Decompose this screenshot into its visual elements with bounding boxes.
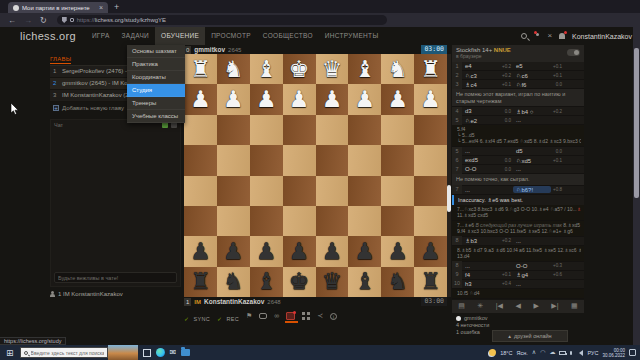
square[interactable] (250, 115, 283, 145)
plus-icon: + (53, 105, 59, 111)
variation-block[interactable]: 8.♗b5 ♗d7 9.a3 ♗d6 10.f4 a6 11.fxe5 ♗xe5… (452, 246, 584, 262)
onedrive-cloud-icon[interactable]: ☁ (549, 349, 555, 356)
tab-chapters[interactable]: ГЛАВЫ (50, 56, 71, 64)
square[interactable]: ♟ (283, 84, 316, 114)
square[interactable]: ♟ (381, 236, 414, 266)
square[interactable]: ♟ (348, 84, 381, 114)
bottom-result: 1 (184, 298, 191, 306)
taskbar-search-input[interactable] (31, 350, 104, 356)
top-player-rating: 2645 (228, 47, 241, 53)
board-column: 0 gmmitkov 2645 03:00 ♜♞♝♚♛♝♞♜♟♟♟♟♟♟♟♟♟♟… (184, 45, 447, 322)
engine-toggle[interactable] (567, 49, 580, 56)
nav-item[interactable]: СООБЩЕСТВО (257, 27, 319, 45)
square[interactable] (217, 176, 250, 206)
top-player-name[interactable]: gmmitkov (194, 46, 225, 53)
square[interactable]: ♜ (184, 267, 217, 297)
language-indicator[interactable]: РУС (587, 350, 598, 356)
square[interactable] (414, 176, 447, 206)
book-icon[interactable]: ▤ (458, 302, 465, 310)
move[interactable]: ♘b6?! (513, 186, 551, 193)
nav-controls: ▤ ✳ |◀ ◀ ▶ ▶| ▦ (452, 300, 584, 313)
top-result: 0 (184, 46, 191, 54)
white-knight[interactable]: ♞ (223, 58, 244, 81)
move-row: 5...d50.0 (452, 147, 584, 156)
move[interactable]: ... (513, 281, 551, 287)
black-bishop[interactable]: ♝ (355, 270, 376, 293)
eval: 0.0 (500, 158, 513, 163)
square[interactable]: ♟ (316, 84, 349, 114)
square[interactable] (217, 206, 250, 236)
lock-icon (70, 18, 74, 22)
lichess-logo[interactable]: lichess.org (20, 30, 76, 42)
square[interactable] (184, 176, 217, 206)
info-icon[interactable]: i (330, 313, 337, 320)
white-pawn[interactable]: ♟ (387, 88, 408, 111)
black-knight[interactable]: ♞ (223, 270, 244, 293)
black-pawn[interactable]: ♟ (387, 240, 408, 263)
white-king[interactable]: ♚ (289, 58, 310, 81)
menu-item[interactable]: Координаты (127, 71, 185, 84)
status-url-tooltip: https://lichess.org/study (0, 337, 66, 345)
white-bishop[interactable]: ♝ (355, 58, 376, 81)
square[interactable] (217, 145, 250, 175)
grid-icon[interactable] (302, 312, 310, 320)
move-number: 7 (452, 185, 462, 194)
square[interactable]: ♜ (184, 54, 217, 84)
analysis-tab-icon[interactable] (286, 312, 295, 320)
friends-online-bar[interactable]: ▴друзей онлайн (492, 330, 568, 342)
bottom-player-name[interactable]: KonstantinKazakov (204, 298, 264, 305)
black-queen[interactable]: ♛ (322, 270, 343, 293)
move-row: 7O-O0.0... (452, 165, 584, 174)
black-pawn[interactable]: ♟ (322, 240, 343, 263)
square[interactable]: ♝ (348, 54, 381, 84)
square[interactable]: ♟ (250, 84, 283, 114)
screen: Мои партии в интернете × + ← → ↻ https:/… (0, 0, 640, 360)
glasses-icon[interactable]: ∞ (274, 312, 279, 320)
top-player-bar: 0 gmmitkov 2645 03:00 (184, 45, 447, 54)
member-icon (50, 291, 55, 297)
bottom-player-rating: 2648 (267, 299, 280, 305)
white-pawn[interactable]: ♟ (190, 88, 211, 111)
move-row: 4d30.0♗b4 ○+0.2 (452, 107, 584, 116)
eval: +0.8 (551, 187, 564, 192)
move-row: 3♗c4+0.1♘f60.0 (452, 80, 584, 89)
move-list: 1e4+0.2e5+0.12♘c3+0.2♘c6+0.13♗c4+0.1♘f60… (452, 62, 584, 299)
learn-dropdown-menu: Основы шахматПрактикаКоординатыСтудияТре… (127, 45, 185, 123)
chat-title: Чат (54, 122, 63, 128)
eval: +0.1 (551, 73, 564, 78)
black-rook[interactable]: ♜ (420, 270, 441, 293)
move-number: 10 (452, 279, 462, 288)
board-menu-icon[interactable]: ▦ (571, 302, 578, 310)
square[interactable] (283, 145, 316, 175)
white-pawn[interactable]: ♟ (289, 88, 310, 111)
black-pawn[interactable]: ♟ (355, 240, 376, 263)
square[interactable]: ♟ (414, 84, 447, 114)
url-text: https://lichess.org/study/kzhwgYE (77, 17, 166, 23)
square[interactable]: ♝ (250, 267, 283, 297)
chat-input[interactable] (54, 272, 177, 283)
study-toolbar: ✓ SYNC ✓ REC ⚑ ∞ ≺ i (184, 310, 447, 322)
inaccuracy-comment: Inaccuracy. ♗e6 was best. (452, 195, 584, 205)
gear-icon[interactable]: ✳ (477, 302, 483, 310)
eval: +0.1 (551, 64, 564, 69)
move[interactable]: ... (462, 263, 500, 269)
square[interactable]: ♝ (348, 267, 381, 297)
move-number: 7 (452, 165, 462, 174)
move[interactable]: ♘e2 (462, 117, 500, 124)
square[interactable] (414, 115, 447, 145)
move-row: 2♘c3+0.2♘c6+0.1 (452, 71, 584, 80)
move[interactable]: ♘f6 (513, 81, 551, 88)
top-clock: 03:00 (421, 45, 447, 54)
move-number: 6 (452, 156, 462, 165)
black-knight[interactable]: ♞ (387, 270, 408, 293)
move[interactable]: ... (462, 148, 500, 154)
main-nav: ИГРАЗАДАЧИОБУЧЕНИЕПРОСМОТРСООБЩЕСТВОИНСТ… (86, 27, 385, 45)
chat-panel: Чат (50, 119, 181, 287)
move-row: 6exd50.0♘xd5+0.1 (452, 156, 584, 165)
square[interactable]: ♚ (283, 54, 316, 84)
engine-subtitle: в браузере (456, 53, 580, 59)
black-pawn[interactable]: ♟ (256, 240, 277, 263)
weather-caption[interactable]: Ясн. (517, 350, 528, 356)
bottom-player-title: IM (194, 299, 201, 305)
move[interactable]: ♗b3 (462, 237, 500, 244)
file-explorer-icon[interactable] (181, 349, 190, 356)
site-header: lichess.org ИГРАЗАДАЧИОБУЧЕНИЕПРОСМОТРСО… (0, 27, 640, 45)
username[interactable]: KonstantinKazakov (572, 33, 632, 40)
square[interactable]: ♜ (414, 267, 447, 297)
eval: +0.2 (500, 238, 513, 243)
analysis-panel: Stockfish 14+ NNUE в браузере 1e4+0.2e5+… (452, 45, 584, 338)
eval: +0.1 (500, 272, 513, 277)
shield-icon[interactable] (62, 17, 67, 23)
move-number: 1 (452, 62, 462, 71)
lichess-page: lichess.org ИГРАЗАДАЧИОБУЧЕНИЕПРОСМОТРСО… (0, 27, 640, 345)
variation-block[interactable]: 10.f5 ♘d4 (452, 289, 584, 299)
engine-box: Stockfish 14+ NNUE в браузере (452, 45, 584, 62)
engine-nnue: NNUE (494, 47, 511, 53)
nav-item[interactable]: ИГРА (86, 27, 116, 45)
square[interactable] (414, 206, 447, 236)
square[interactable] (184, 206, 217, 236)
square[interactable]: ♟ (316, 236, 349, 266)
square[interactable]: ♟ (348, 236, 381, 266)
challenges-icon[interactable] (534, 33, 540, 39)
address-bar[interactable]: https://lichess.org/study/kzhwgYE (57, 15, 387, 25)
move-row: 9f4+0.1♗g4+0.6 (452, 271, 584, 280)
square[interactable] (283, 206, 316, 236)
move-number: 5 (452, 147, 462, 156)
square[interactable] (414, 145, 447, 175)
header-actions: × KonstantinKazakov (521, 27, 632, 45)
edge-browser-icon[interactable] (156, 348, 165, 357)
black-pawn[interactable]: ♟ (420, 240, 441, 263)
menu-item[interactable]: Основы шахмат (127, 45, 185, 58)
move[interactable]: ... (513, 117, 551, 123)
nav-item[interactable]: ПРОСМОТР (205, 27, 257, 45)
browser-toolbar: ← → ↻ https://lichess.org/study/kzhwgYE (0, 13, 640, 27)
square[interactable] (217, 115, 250, 145)
browser-tab-strip: Мои партии в интернете × + (0, 0, 640, 13)
move[interactable]: h3 (462, 281, 500, 287)
eval: +0.1 (551, 158, 564, 163)
move[interactable]: d5 (513, 148, 551, 154)
white-pawn[interactable]: ♟ (256, 88, 277, 111)
last-move-button[interactable]: ▶| (551, 302, 558, 310)
microphone-icon[interactable] (570, 351, 572, 355)
menu-item[interactable]: Тренеры (127, 97, 185, 110)
move[interactable]: ♘xd5 (513, 157, 551, 164)
move-comment: Не помню этот вариант, играл по наитию и… (452, 89, 584, 107)
square[interactable] (184, 145, 217, 175)
chess-board: ♜♞♝♚♛♝♞♜♟♟♟♟♟♟♟♟♟♟♟♟♟♟♟♟♜♞♝♚♛♝♞♜ (184, 54, 447, 297)
menu-item[interactable]: Практика (127, 58, 185, 71)
square[interactable] (316, 115, 349, 145)
comment-icon[interactable] (259, 313, 267, 319)
menu-item[interactable]: Студия (127, 84, 185, 97)
white-rook[interactable]: ♜ (190, 58, 211, 81)
square[interactable]: ♛ (316, 267, 349, 297)
move[interactable]: ♗b4 ○ (513, 108, 551, 115)
eval: +0.4 (500, 281, 513, 286)
reload-button[interactable]: ↻ (40, 16, 47, 25)
nav-item[interactable]: ЗАДАЧИ (116, 27, 156, 45)
mail-icon[interactable]: ✉ (170, 348, 177, 357)
square[interactable] (348, 145, 381, 175)
new-tab-button[interactable]: + (114, 2, 119, 13)
square[interactable] (184, 115, 217, 145)
taskbar-search-icon (24, 351, 28, 355)
battery-icon[interactable] (559, 351, 566, 355)
mouse-cursor (10, 103, 20, 115)
tab-title: Мои партии в интернете (22, 5, 96, 11)
eval-gauge (447, 54, 451, 297)
variation-block[interactable]: 7...♘xc3 8.bxc3 ♗d6 9.♘g3 O-O 10.♗e4 ♘a5… (452, 205, 584, 221)
square[interactable] (283, 176, 316, 206)
move-row: 8♗b3+0.2... (452, 237, 584, 246)
move[interactable]: ♗c4 (462, 81, 500, 88)
search-icon[interactable] (521, 33, 527, 39)
square[interactable]: ♟ (283, 236, 316, 266)
prev-move-button[interactable]: ◀ (516, 302, 521, 310)
eval: 0.0 (500, 109, 513, 114)
windows-taskbar: ⊞ ✉ 18°C Ясн. ∧ ◠ ☁ РУС 00:00 30.06.2022 (0, 345, 640, 360)
move-row: 8...O-O+0.3 (452, 262, 584, 271)
move-row: 5♘e20.0... (452, 116, 584, 125)
move[interactable]: O-O (462, 166, 500, 172)
black-king[interactable]: ♚ (289, 270, 310, 293)
bottom-clock: 03:00 (421, 297, 447, 306)
move-number: 5 (452, 116, 462, 125)
move[interactable]: d3 (462, 108, 500, 114)
black-pawn[interactable]: ♟ (289, 240, 310, 263)
forward-button[interactable]: → (24, 16, 32, 25)
square[interactable]: ♞ (217, 54, 250, 84)
speaker-icon[interactable] (576, 350, 583, 356)
bottom-player-bar: 1 IM KonstantinKazakov 2648 03:00 (184, 297, 447, 306)
tag-icon[interactable]: ⚑ (246, 312, 252, 320)
taskbar-clock[interactable]: 00:00 30.06.2022 (602, 348, 625, 358)
square[interactable]: ♛ (316, 54, 349, 84)
square[interactable]: ♟ (184, 84, 217, 114)
eval: 0.0 (551, 82, 564, 87)
white-pawn[interactable]: ♟ (420, 88, 441, 111)
move[interactable]: ♘c3 (462, 72, 500, 79)
square[interactable] (316, 176, 349, 206)
square[interactable] (283, 115, 316, 145)
square[interactable] (381, 176, 414, 206)
square[interactable]: ♟ (381, 84, 414, 114)
white-pawn[interactable]: ♟ (355, 88, 376, 111)
eval: +0.1 (500, 82, 513, 87)
crossed-swords-icon[interactable]: × (547, 32, 552, 40)
square[interactable]: ♟ (184, 236, 217, 266)
move-comment: Не помню точно, как сыграл. (452, 174, 584, 186)
move[interactable]: ... (513, 166, 551, 172)
square[interactable]: ♞ (381, 267, 414, 297)
menu-item[interactable]: Учебные классы (127, 110, 185, 123)
move[interactable]: e4 (462, 63, 500, 69)
square[interactable]: ♟ (217, 236, 250, 266)
move-number: 8 (452, 261, 462, 270)
square[interactable]: ♟ (414, 236, 447, 266)
move-number: 2 (452, 71, 462, 80)
weather-widget-thumbnail[interactable] (108, 345, 138, 360)
square[interactable] (381, 115, 414, 145)
weather-temp[interactable]: 18°C (500, 350, 512, 356)
variation-block[interactable]: 7...♗e6 В следующий раз лучше играть так… (452, 221, 584, 237)
nav-item[interactable]: ИНСТРУМЕНТЫ (319, 27, 385, 45)
sync-toggle[interactable]: ✓ SYNC (184, 307, 210, 325)
square[interactable] (381, 145, 414, 175)
square[interactable]: ♞ (217, 267, 250, 297)
black-rook[interactable]: ♜ (190, 270, 211, 293)
square[interactable] (316, 206, 349, 236)
nav-item[interactable]: ОБУЧЕНИЕ (155, 27, 205, 45)
eval: +0.2 (500, 64, 513, 69)
stats-player: gmmitkov (456, 315, 580, 322)
stat-line: 4 неточности (456, 322, 580, 329)
white-queen[interactable]: ♛ (322, 58, 343, 81)
variation-block[interactable]: 5.f4└ 5...d5└ 5...exf4 6.♗xf4 d5 7.exd5 … (452, 125, 584, 147)
move[interactable]: e5 (513, 63, 551, 69)
eval: 0.0 (551, 149, 564, 154)
tab-close-icon[interactable]: × (99, 4, 103, 11)
notification-center-icon[interactable] (629, 349, 636, 356)
move-number: 3 (452, 80, 462, 89)
move-row: 7...♘b6?!+0.8 (452, 186, 584, 195)
white-knight[interactable]: ♞ (387, 58, 408, 81)
window-scrollbar-thumb[interactable] (634, 48, 639, 198)
square[interactable]: ♚ (283, 267, 316, 297)
square[interactable]: ♝ (250, 54, 283, 84)
eval: 0.0 (500, 167, 513, 172)
move-number: 4 (452, 107, 462, 116)
eval: +0.6 (551, 272, 564, 277)
square[interactable]: ♜ (414, 54, 447, 84)
square[interactable] (381, 206, 414, 236)
next-move-button[interactable]: ▶ (533, 302, 538, 310)
move[interactable]: exd5 (462, 157, 500, 163)
rec-toggle[interactable]: ✓ REC (217, 307, 239, 325)
member-row[interactable]: 1 IM KonstantinKazakov (50, 291, 181, 297)
system-tray: 18°C Ясн. ∧ ◠ ☁ РУС 00:00 30.06.2022 (489, 348, 640, 358)
move[interactable]: ... (513, 238, 551, 244)
eval: +0.2 (500, 73, 513, 78)
hidden-icons-chevron[interactable]: ∧ (532, 349, 536, 356)
square[interactable] (348, 176, 381, 206)
move-row: 10h3+0.4... (452, 280, 584, 289)
square[interactable] (348, 206, 381, 236)
eval: 0.0 (500, 118, 513, 123)
black-pawn[interactable]: ♟ (223, 240, 244, 263)
white-bishop[interactable]: ♝ (256, 58, 277, 81)
move[interactable]: ♘c6 (513, 72, 551, 79)
move[interactable]: ♗g4 (513, 271, 551, 278)
move-number: 8 (452, 236, 462, 245)
weather-sun-icon[interactable] (489, 349, 496, 356)
window-scrollbar[interactable] (633, 27, 640, 345)
square[interactable] (348, 115, 381, 145)
square[interactable] (250, 206, 283, 236)
eval: +0.2 (551, 109, 564, 114)
eval: +0.3 (551, 263, 564, 268)
white-rook[interactable]: ♜ (420, 58, 441, 81)
square[interactable]: ♟ (217, 84, 250, 114)
share-icon[interactable]: ≺ (317, 312, 323, 320)
square[interactable] (250, 176, 283, 206)
network-icon[interactable]: ◠ (540, 349, 545, 356)
task-view-icon[interactable] (143, 349, 151, 357)
start-button[interactable]: ⊞ (6, 348, 14, 358)
site-favicon-icon (13, 5, 19, 11)
black-bishop[interactable]: ♝ (256, 270, 277, 293)
square[interactable] (250, 145, 283, 175)
white-pawn[interactable]: ♟ (223, 88, 244, 111)
move[interactable]: ... (462, 187, 500, 193)
browser-tab[interactable]: Мои партии в интернете × (8, 2, 108, 13)
white-pawn[interactable]: ♟ (322, 88, 343, 111)
taskbar-search[interactable] (20, 347, 108, 358)
white-dot-icon (456, 316, 461, 321)
square[interactable] (316, 145, 349, 175)
first-move-button[interactable]: |◀ (496, 302, 503, 310)
square[interactable]: ♞ (381, 54, 414, 84)
move[interactable]: f4 (462, 272, 500, 278)
bell-icon[interactable] (559, 33, 565, 39)
black-pawn[interactable]: ♟ (190, 240, 211, 263)
move[interactable]: O-O (513, 263, 551, 269)
square[interactable]: ♟ (250, 236, 283, 266)
eval-gauge-thumb (447, 185, 451, 212)
back-button[interactable]: ← (8, 16, 16, 25)
move-row: 1e4+0.2e5+0.1 (452, 62, 584, 71)
move-number: 9 (452, 270, 462, 279)
